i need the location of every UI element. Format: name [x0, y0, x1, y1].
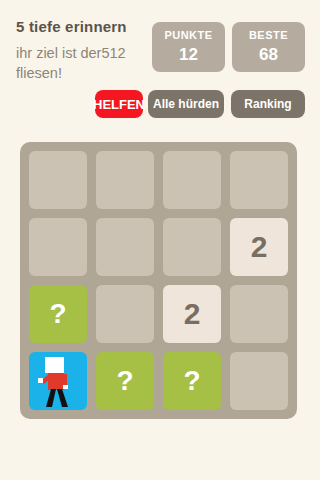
- player-tile: [29, 352, 87, 410]
- score-box: PUNKTE 12: [152, 22, 225, 72]
- empty-cell: [230, 285, 288, 343]
- best-score-value: 68: [259, 45, 278, 65]
- hidden-tile: ?: [163, 352, 221, 410]
- page-title: 5 tiefe erinnern: [16, 18, 127, 35]
- best-score-label: BESTE: [249, 29, 288, 41]
- empty-cell: [96, 218, 154, 276]
- empty-cell: [230, 352, 288, 410]
- empty-cell: [29, 151, 87, 209]
- hidden-tile: ?: [29, 285, 87, 343]
- hidden-tile: ?: [96, 352, 154, 410]
- empty-cell: [96, 285, 154, 343]
- empty-cell: [96, 151, 154, 209]
- empty-cell: [163, 151, 221, 209]
- empty-cell: [163, 218, 221, 276]
- best-score-box: BESTE 68: [232, 22, 305, 72]
- score-label: PUNKTE: [164, 29, 212, 41]
- tile-2: 2: [163, 285, 221, 343]
- goal-text: ihr ziel ist der512 fliesen!: [16, 43, 154, 83]
- ranking-button[interactable]: Ranking: [231, 90, 305, 118]
- empty-cell: [230, 151, 288, 209]
- player-character-icon: [29, 352, 87, 410]
- empty-cell: [29, 218, 87, 276]
- tile-2: 2: [230, 218, 288, 276]
- score-value: 12: [179, 45, 198, 65]
- help-button[interactable]: HELFEN: [95, 90, 143, 118]
- all-hurdles-button[interactable]: Alle hürden: [148, 90, 224, 118]
- game-board[interactable]: 2?2??: [20, 142, 297, 419]
